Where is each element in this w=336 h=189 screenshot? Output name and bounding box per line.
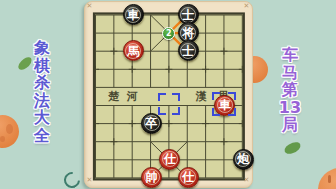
piece-black-cannon[interactable]: 炮 bbox=[233, 149, 254, 170]
piece-red-general[interactable]: 帥 bbox=[141, 167, 162, 188]
piece-glyph: 車 bbox=[219, 99, 231, 111]
screw-icon: ✕ bbox=[243, 3, 250, 10]
piece-glyph: 炮 bbox=[237, 153, 249, 165]
piece-black-advisor[interactable]: 士 bbox=[178, 40, 199, 61]
series-title: 象棋杀法大全 bbox=[29, 39, 55, 145]
piece-glyph: 仕 bbox=[164, 153, 176, 165]
piece-glyph: 士 bbox=[182, 9, 194, 21]
orange-fruit-bottom-right-icon bbox=[318, 168, 336, 189]
piece-black-soldier[interactable]: 卒 bbox=[141, 113, 162, 134]
swirl-decoration-icon bbox=[61, 169, 84, 189]
piece-red-chariot[interactable]: 車 bbox=[214, 95, 235, 116]
svg-text:楚: 楚 bbox=[107, 90, 120, 103]
orange-fruit-left-icon bbox=[0, 115, 19, 148]
screw-icon: ✕ bbox=[86, 177, 93, 184]
piece-glyph: 卒 bbox=[146, 117, 158, 129]
piece-black-chariot[interactable]: 車 bbox=[123, 4, 144, 25]
piece-red-advisor[interactable]: 仕 bbox=[178, 167, 199, 188]
piece-glyph: 士 bbox=[182, 45, 194, 57]
piece-glyph: 帥 bbox=[146, 171, 158, 183]
leaf-right-icon bbox=[283, 141, 302, 156]
episode-title: 车马第13局 bbox=[277, 46, 303, 134]
piece-glyph: 仕 bbox=[182, 171, 194, 183]
piece-glyph: 将 bbox=[182, 27, 194, 39]
svg-text:河: 河 bbox=[126, 90, 138, 103]
svg-text:漢: 漢 bbox=[195, 90, 208, 103]
xiangqi-board[interactable]: 楚河漢界 ✕ ✕ ✕ ✕ 車士将士馬車卒炮仕帥仕 2 bbox=[84, 1, 253, 188]
piece-red-horse[interactable]: 馬 bbox=[123, 40, 144, 61]
video-frame: 象棋杀法大全 车马第13局 楚河漢界 ✕ ✕ ✕ ✕ 車士将士馬車卒炮仕帥仕 2 bbox=[0, 0, 336, 189]
screw-icon: ✕ bbox=[243, 177, 250, 184]
piece-glyph: 車 bbox=[127, 9, 139, 21]
piece-glyph: 馬 bbox=[127, 45, 139, 57]
move-count-badge: 2 bbox=[162, 27, 175, 40]
screw-icon: ✕ bbox=[86, 3, 93, 10]
